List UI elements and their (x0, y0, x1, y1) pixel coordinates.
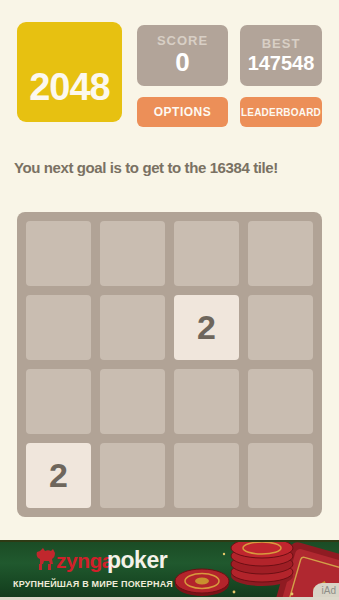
zynga-dog-icon (36, 548, 55, 574)
game-logo-text: 2048 (29, 66, 110, 109)
grid-cell-empty (100, 369, 165, 434)
game-board[interactable]: 22 (17, 212, 322, 517)
tile-2: 2 (26, 443, 91, 508)
grid-cell-empty (100, 295, 165, 360)
grid-cell-empty (100, 221, 165, 286)
iad-label: iAd (322, 585, 336, 596)
ad-banner[interactable]: zynga poker КРУПНЕЙШАЯ В МИРЕ ПОКЕРНАЯ И… (0, 540, 339, 597)
score-value: 0 (175, 48, 189, 78)
grid-cell-empty (248, 443, 313, 508)
grid-cell-empty (174, 443, 239, 508)
grid-cell-empty (248, 295, 313, 360)
grid-cell-empty (100, 443, 165, 508)
best-box: BEST 147548 (240, 25, 322, 86)
grid-cell-empty (174, 221, 239, 286)
ad-tagline: КРУПНЕЙШАЯ В МИРЕ ПОКЕРНАЯ ИГРА (13, 579, 200, 589)
best-value: 147548 (248, 52, 315, 75)
ad-brand-poker: poker (107, 547, 167, 574)
grid-cell-empty (26, 221, 91, 286)
app-screen: 2048 SCORE 0 BEST 147548 OPTIONS LEADERB… (0, 0, 339, 600)
grid-cell-empty (248, 369, 313, 434)
grid-cell-empty (248, 221, 313, 286)
options-button[interactable]: OPTIONS (137, 97, 228, 127)
score-label: SCORE (157, 33, 208, 49)
leaderboard-button[interactable]: LEADERBOARD (240, 97, 322, 127)
game-logo-tile: 2048 (17, 22, 122, 122)
grid-cell-empty (26, 369, 91, 434)
ad-brand-zynga: zynga (56, 549, 113, 573)
goal-message: You next goal is to get to the 16384 til… (14, 159, 334, 176)
score-box: SCORE 0 (137, 25, 228, 86)
tile-2: 2 (174, 295, 239, 360)
grid-cell-empty (174, 369, 239, 434)
best-label: BEST (262, 36, 301, 52)
grid-cell-empty (26, 295, 91, 360)
